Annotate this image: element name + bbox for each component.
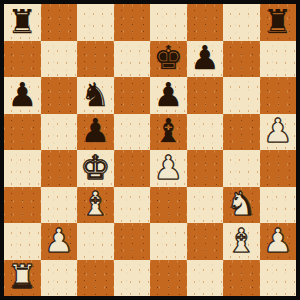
square-a2[interactable]	[4, 223, 41, 260]
square-f3[interactable]	[187, 187, 224, 224]
black-pawn[interactable]: ♟	[190, 41, 220, 74]
square-b1[interactable]	[41, 260, 78, 297]
white-knight[interactable]: ♞	[226, 187, 256, 220]
square-d3[interactable]	[114, 187, 151, 224]
square-h5[interactable]: ♟	[260, 114, 297, 151]
square-b7[interactable]	[41, 41, 78, 78]
square-d6[interactable]	[114, 77, 151, 114]
square-a1[interactable]: ♜	[4, 260, 41, 297]
black-bishop[interactable]: ♝	[153, 114, 183, 147]
square-e6[interactable]: ♟	[150, 77, 187, 114]
square-g6[interactable]	[223, 77, 260, 114]
square-e2[interactable]	[150, 223, 187, 260]
square-f5[interactable]	[187, 114, 224, 151]
square-f6[interactable]	[187, 77, 224, 114]
square-h4[interactable]	[260, 150, 297, 187]
square-c8[interactable]	[77, 4, 114, 41]
square-a4[interactable]	[4, 150, 41, 187]
square-c5[interactable]: ♟	[77, 114, 114, 151]
square-d4[interactable]	[114, 150, 151, 187]
white-rook[interactable]: ♜	[7, 260, 37, 293]
square-b8[interactable]	[41, 4, 78, 41]
square-b2[interactable]: ♟	[41, 223, 78, 260]
square-d1[interactable]	[114, 260, 151, 297]
square-h8[interactable]: ♜	[260, 4, 297, 41]
chess-board-frame: ♜♜♚♟♟♞♟♟♝♟♚♟♝♞♟♝♟♜	[0, 0, 300, 300]
square-c7[interactable]	[77, 41, 114, 78]
square-b6[interactable]	[41, 77, 78, 114]
square-b3[interactable]	[41, 187, 78, 224]
square-d7[interactable]	[114, 41, 151, 78]
white-pawn[interactable]: ♟	[263, 224, 293, 257]
square-b5[interactable]	[41, 114, 78, 151]
square-a7[interactable]	[4, 41, 41, 78]
white-pawn[interactable]: ♟	[153, 151, 183, 184]
square-c2[interactable]	[77, 223, 114, 260]
white-pawn[interactable]: ♟	[44, 224, 74, 257]
square-f8[interactable]	[187, 4, 224, 41]
square-e1[interactable]	[150, 260, 187, 297]
square-e5[interactable]: ♝	[150, 114, 187, 151]
square-c6[interactable]: ♞	[77, 77, 114, 114]
square-d2[interactable]	[114, 223, 151, 260]
square-c1[interactable]	[77, 260, 114, 297]
square-g8[interactable]	[223, 4, 260, 41]
square-a8[interactable]: ♜	[4, 4, 41, 41]
square-h2[interactable]: ♟	[260, 223, 297, 260]
square-d8[interactable]	[114, 4, 151, 41]
square-e7[interactable]: ♚	[150, 41, 187, 78]
white-pawn[interactable]: ♟	[263, 114, 293, 147]
square-a6[interactable]: ♟	[4, 77, 41, 114]
square-g3[interactable]: ♞	[223, 187, 260, 224]
square-g1[interactable]	[223, 260, 260, 297]
square-f2[interactable]	[187, 223, 224, 260]
chess-board: ♜♜♚♟♟♞♟♟♝♟♚♟♝♞♟♝♟♜	[4, 4, 296, 296]
black-pawn[interactable]: ♟	[80, 114, 110, 147]
black-knight[interactable]: ♞	[80, 78, 110, 111]
white-bishop[interactable]: ♝	[80, 187, 110, 220]
square-f7[interactable]: ♟	[187, 41, 224, 78]
square-h1[interactable]	[260, 260, 297, 297]
square-c4[interactable]: ♚	[77, 150, 114, 187]
white-bishop[interactable]: ♝	[226, 224, 256, 257]
square-e3[interactable]	[150, 187, 187, 224]
square-f4[interactable]	[187, 150, 224, 187]
square-e4[interactable]: ♟	[150, 150, 187, 187]
square-g5[interactable]	[223, 114, 260, 151]
square-b4[interactable]	[41, 150, 78, 187]
black-pawn[interactable]: ♟	[153, 78, 183, 111]
black-rook[interactable]: ♜	[7, 5, 37, 38]
square-g7[interactable]	[223, 41, 260, 78]
square-g4[interactable]	[223, 150, 260, 187]
square-e8[interactable]	[150, 4, 187, 41]
square-d5[interactable]	[114, 114, 151, 151]
white-king[interactable]: ♚	[80, 151, 110, 184]
square-h6[interactable]	[260, 77, 297, 114]
black-pawn[interactable]: ♟	[7, 78, 37, 111]
square-c3[interactable]: ♝	[77, 187, 114, 224]
square-a3[interactable]	[4, 187, 41, 224]
square-a5[interactable]	[4, 114, 41, 151]
black-king[interactable]: ♚	[153, 41, 183, 74]
square-h3[interactable]	[260, 187, 297, 224]
square-h7[interactable]	[260, 41, 297, 78]
square-g2[interactable]: ♝	[223, 223, 260, 260]
square-f1[interactable]	[187, 260, 224, 297]
black-rook[interactable]: ♜	[263, 5, 293, 38]
